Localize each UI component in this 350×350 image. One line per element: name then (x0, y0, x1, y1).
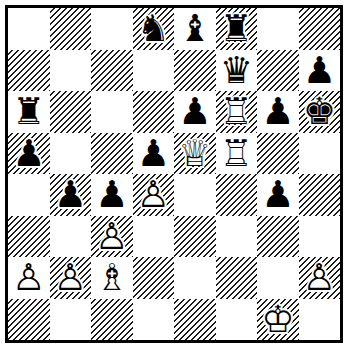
square-c2[interactable]: ♝♗ (91, 257, 133, 299)
square-a6[interactable]: ♜♜ (8, 91, 50, 133)
square-b6[interactable] (50, 91, 92, 133)
square-h7[interactable]: ♟♟ (299, 50, 341, 92)
square-f8[interactable]: ♜♜ (216, 8, 258, 50)
black-pawn-e6: ♟♟ (174, 91, 216, 133)
piece-halo: ♟ (299, 50, 341, 92)
black-king-h6: ♚♚ (299, 91, 341, 133)
square-c3[interactable]: ♟♙ (91, 216, 133, 258)
piece-halo: ♛ (216, 50, 258, 92)
square-g8[interactable] (257, 8, 299, 50)
square-e3[interactable] (174, 216, 216, 258)
square-b5[interactable] (50, 133, 92, 175)
piece-halo: ♟ (133, 174, 175, 216)
square-d4[interactable]: ♟♙ (133, 174, 175, 216)
piece-glyph: ♙ (8, 257, 50, 299)
square-h3[interactable] (299, 216, 341, 258)
piece-glyph: ♖ (216, 91, 258, 133)
square-f5[interactable]: ♜♖ (216, 133, 258, 175)
white-king-g1: ♚♔ (257, 299, 299, 341)
piece-glyph: ♞ (133, 8, 175, 50)
square-d5[interactable]: ♟♟ (133, 133, 175, 175)
black-pawn-c4: ♟♟ (91, 174, 133, 216)
piece-glyph: ♗ (91, 257, 133, 299)
piece-glyph: ♙ (299, 257, 341, 299)
square-e4[interactable] (174, 174, 216, 216)
square-e5[interactable]: ♛♕ (174, 133, 216, 175)
black-pawn-b4: ♟♟ (50, 174, 92, 216)
white-pawn-a2: ♟♙ (8, 257, 50, 299)
square-g4[interactable]: ♟♟ (257, 174, 299, 216)
piece-glyph: ♜ (216, 8, 258, 50)
piece-halo: ♚ (299, 91, 341, 133)
square-b8[interactable] (50, 8, 92, 50)
piece-halo: ♟ (91, 216, 133, 258)
piece-halo: ♟ (8, 257, 50, 299)
square-f4[interactable] (216, 174, 258, 216)
square-b4[interactable]: ♟♟ (50, 174, 92, 216)
piece-halo: ♟ (299, 257, 341, 299)
piece-glyph: ♕ (174, 133, 216, 175)
piece-glyph: ♔ (257, 299, 299, 341)
piece-glyph: ♖ (216, 133, 258, 175)
square-g7[interactable] (257, 50, 299, 92)
piece-halo: ♛ (174, 133, 216, 175)
square-c8[interactable] (91, 8, 133, 50)
piece-glyph: ♛ (216, 50, 258, 92)
black-pawn-a5: ♟♟ (8, 133, 50, 175)
black-pawn-d5: ♟♟ (133, 133, 175, 175)
piece-halo: ♚ (257, 299, 299, 341)
black-pawn-g4: ♟♟ (257, 174, 299, 216)
square-c4[interactable]: ♟♟ (91, 174, 133, 216)
square-b7[interactable] (50, 50, 92, 92)
square-e8[interactable]: ♝♝ (174, 8, 216, 50)
black-pawn-g6: ♟♟ (257, 91, 299, 133)
white-pawn-c3: ♟♙ (91, 216, 133, 258)
square-d6[interactable] (133, 91, 175, 133)
black-bishop-e8: ♝♝ (174, 8, 216, 50)
piece-halo: ♟ (91, 174, 133, 216)
square-h5[interactable] (299, 133, 341, 175)
square-e6[interactable]: ♟♟ (174, 91, 216, 133)
white-pawn-d4: ♟♙ (133, 174, 175, 216)
square-a4[interactable] (8, 174, 50, 216)
piece-glyph: ♟ (257, 174, 299, 216)
square-h4[interactable] (299, 174, 341, 216)
square-b2[interactable]: ♟♙ (50, 257, 92, 299)
piece-glyph: ♚ (299, 91, 341, 133)
piece-glyph: ♙ (91, 216, 133, 258)
square-c6[interactable] (91, 91, 133, 133)
square-g3[interactable] (257, 216, 299, 258)
white-pawn-h2: ♟♙ (299, 257, 341, 299)
white-bishop-c2: ♝♗ (91, 257, 133, 299)
piece-glyph: ♟ (257, 91, 299, 133)
piece-halo: ♞ (133, 8, 175, 50)
square-e2[interactable] (174, 257, 216, 299)
square-g2[interactable] (257, 257, 299, 299)
piece-halo: ♜ (216, 91, 258, 133)
piece-glyph: ♙ (50, 257, 92, 299)
page: ♞♞♝♝♜♜♛♛♟♟♜♜♟♟♜♖♟♟♚♚♟♟♟♟♛♕♜♖♟♟♟♟♟♙♟♟♟♙♟♙… (0, 0, 350, 350)
black-rook-f8: ♜♜ (216, 8, 258, 50)
square-f3[interactable] (216, 216, 258, 258)
piece-glyph: ♟ (50, 174, 92, 216)
piece-halo: ♜ (216, 133, 258, 175)
black-queen-f7: ♛♛ (216, 50, 258, 92)
piece-halo: ♟ (50, 257, 92, 299)
square-e7[interactable] (174, 50, 216, 92)
piece-halo: ♟ (257, 91, 299, 133)
square-b1[interactable] (50, 299, 92, 341)
piece-halo: ♟ (50, 174, 92, 216)
square-a5[interactable]: ♟♟ (8, 133, 50, 175)
square-h6[interactable]: ♚♚ (299, 91, 341, 133)
square-a7[interactable] (8, 50, 50, 92)
square-h1[interactable] (299, 299, 341, 341)
black-knight-d8: ♞♞ (133, 8, 175, 50)
piece-glyph: ♟ (299, 50, 341, 92)
square-f1[interactable] (216, 299, 258, 341)
square-d2[interactable] (133, 257, 175, 299)
square-d8[interactable]: ♞♞ (133, 8, 175, 50)
white-rook-f5: ♜♖ (216, 133, 258, 175)
square-d3[interactable] (133, 216, 175, 258)
square-f2[interactable] (216, 257, 258, 299)
piece-halo: ♟ (174, 91, 216, 133)
piece-halo: ♝ (91, 257, 133, 299)
chess-board: ♞♞♝♝♜♜♛♛♟♟♜♜♟♟♜♖♟♟♚♚♟♟♟♟♛♕♜♖♟♟♟♟♟♙♟♟♟♙♟♙… (8, 8, 340, 340)
square-f6[interactable]: ♜♖ (216, 91, 258, 133)
piece-halo: ♟ (257, 174, 299, 216)
square-a3[interactable] (8, 216, 50, 258)
piece-glyph: ♟ (8, 133, 50, 175)
square-e1[interactable] (174, 299, 216, 341)
piece-glyph: ♟ (174, 91, 216, 133)
piece-glyph: ♟ (91, 174, 133, 216)
white-queen-e5: ♛♕ (174, 133, 216, 175)
white-pawn-b2: ♟♙ (50, 257, 92, 299)
square-c7[interactable] (91, 50, 133, 92)
square-g5[interactable] (257, 133, 299, 175)
piece-glyph: ♜ (8, 91, 50, 133)
piece-halo: ♝ (174, 8, 216, 50)
piece-halo: ♜ (8, 91, 50, 133)
piece-glyph: ♝ (174, 8, 216, 50)
board-frame: ♞♞♝♝♜♜♛♛♟♟♜♜♟♟♜♖♟♟♚♚♟♟♟♟♛♕♜♖♟♟♟♟♟♙♟♟♟♙♟♙… (5, 5, 343, 343)
square-f7[interactable]: ♛♛ (216, 50, 258, 92)
piece-halo: ♟ (133, 133, 175, 175)
piece-glyph: ♟ (133, 133, 175, 175)
square-h8[interactable] (299, 8, 341, 50)
square-d1[interactable] (133, 299, 175, 341)
piece-halo: ♜ (216, 8, 258, 50)
square-a1[interactable] (8, 299, 50, 341)
square-a2[interactable]: ♟♙ (8, 257, 50, 299)
white-rook-f6: ♜♖ (216, 91, 258, 133)
square-g1[interactable]: ♚♔ (257, 299, 299, 341)
piece-glyph: ♙ (133, 174, 175, 216)
square-b3[interactable] (50, 216, 92, 258)
square-h2[interactable]: ♟♙ (299, 257, 341, 299)
square-d7[interactable] (133, 50, 175, 92)
square-c1[interactable] (91, 299, 133, 341)
black-rook-a6: ♜♜ (8, 91, 50, 133)
square-g6[interactable]: ♟♟ (257, 91, 299, 133)
black-pawn-h7: ♟♟ (299, 50, 341, 92)
square-a8[interactable] (8, 8, 50, 50)
square-c5[interactable] (91, 133, 133, 175)
piece-halo: ♟ (8, 133, 50, 175)
